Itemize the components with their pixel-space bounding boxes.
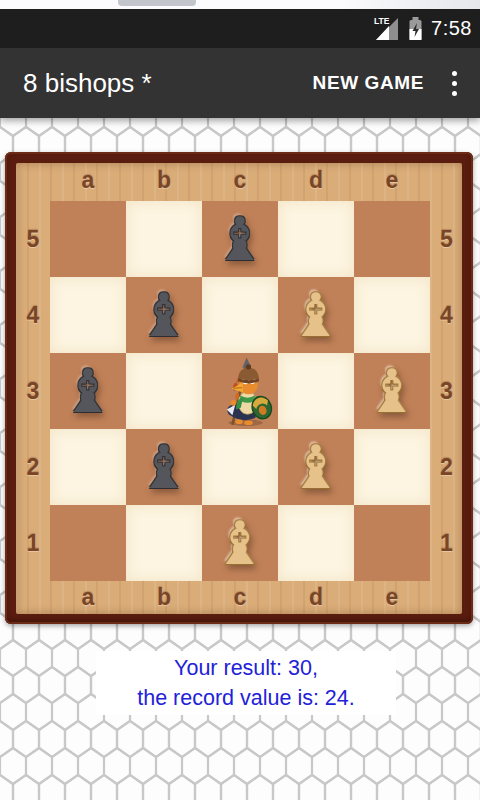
black-bishop[interactable]: ♝ — [61, 355, 115, 427]
square-e3[interactable]: ♝ — [354, 353, 430, 429]
mascot-character[interactable] — [204, 355, 276, 428]
square-d5[interactable] — [278, 201, 354, 277]
squares-grid: ♝♝♝♝ ♝♝♝♝ — [50, 201, 430, 581]
new-game-button[interactable]: NEW GAME — [307, 62, 430, 104]
square-d1[interactable] — [278, 505, 354, 581]
square-a3[interactable]: ♝ — [50, 353, 126, 429]
square-b1[interactable] — [126, 505, 202, 581]
lte-signal-icon: LTE — [373, 15, 400, 42]
coordinate-label: c — [202, 584, 278, 611]
coordinate-label: 4 — [431, 277, 462, 353]
page-title: 8 bishops * — [23, 68, 152, 99]
rank-labels-right: 54321 — [431, 201, 462, 581]
white-bishop[interactable]: ♝ — [289, 279, 343, 351]
white-bishop[interactable]: ♝ — [365, 355, 419, 427]
square-b3[interactable] — [126, 353, 202, 429]
coordinate-label: d — [278, 167, 354, 194]
coordinate-label: d — [278, 584, 354, 611]
result-line: Your result: 30, — [174, 653, 318, 683]
coordinate-label: b — [126, 167, 202, 194]
coordinate-label: 5 — [431, 201, 462, 277]
coordinate-label: 2 — [431, 429, 462, 505]
clock: 7:58 — [431, 17, 472, 40]
square-c1[interactable]: ♝ — [202, 505, 278, 581]
chess-board: abcde abcde 54321 54321 ♝♝♝♝ — [5, 152, 473, 624]
coordinate-label: a — [50, 167, 126, 194]
coordinate-label: a — [50, 584, 126, 611]
square-b4[interactable]: ♝ — [126, 277, 202, 353]
rank-labels-left: 54321 — [16, 201, 50, 581]
square-a2[interactable] — [50, 429, 126, 505]
black-bishop[interactable]: ♝ — [213, 203, 267, 275]
square-c2[interactable] — [202, 429, 278, 505]
square-a4[interactable] — [50, 277, 126, 353]
battery-charging-icon — [407, 15, 424, 43]
square-e2[interactable] — [354, 429, 430, 505]
background-app-strip — [0, 0, 480, 9]
board-wood-border: abcde abcde 54321 54321 ♝♝♝♝ — [16, 163, 462, 614]
square-c4[interactable] — [202, 277, 278, 353]
white-bishop[interactable]: ♝ — [289, 431, 343, 503]
black-bishop[interactable]: ♝ — [137, 279, 191, 351]
square-a5[interactable] — [50, 201, 126, 277]
black-bishop[interactable]: ♝ — [137, 431, 191, 503]
square-e4[interactable] — [354, 277, 430, 353]
coordinate-label: e — [354, 167, 430, 194]
result-panel: Your result: 30, the record value is: 24… — [96, 651, 396, 715]
white-bishop[interactable]: ♝ — [213, 507, 267, 579]
square-c5[interactable]: ♝ — [202, 201, 278, 277]
status-bar: LTE 7:58 — [0, 9, 480, 48]
file-labels-bottom: abcde — [50, 584, 430, 611]
coordinate-label: 5 — [16, 201, 50, 277]
coordinate-label: 3 — [431, 353, 462, 429]
record-line: the record value is: 24. — [137, 683, 355, 713]
square-d3[interactable] — [278, 353, 354, 429]
coordinate-label: 1 — [16, 505, 50, 581]
coordinate-label: 4 — [16, 277, 50, 353]
background-app-tab — [118, 0, 196, 6]
phone-screen: LTE 7:58 8 bishops * NEW GAME — [0, 0, 480, 800]
square-d2[interactable]: ♝ — [278, 429, 354, 505]
coordinate-label: 2 — [16, 429, 50, 505]
square-d4[interactable]: ♝ — [278, 277, 354, 353]
coordinate-label: 1 — [431, 505, 462, 581]
app-bar: 8 bishops * NEW GAME — [0, 48, 480, 118]
square-e1[interactable] — [354, 505, 430, 581]
square-b2[interactable]: ♝ — [126, 429, 202, 505]
square-a1[interactable] — [50, 505, 126, 581]
file-labels-top: abcde — [50, 167, 430, 194]
coordinate-label: b — [126, 584, 202, 611]
coordinate-label: e — [354, 584, 430, 611]
square-c3[interactable] — [202, 353, 278, 429]
coordinate-label: c — [202, 167, 278, 194]
coordinate-label: 3 — [16, 353, 50, 429]
overflow-menu-icon[interactable] — [430, 59, 478, 107]
square-e5[interactable] — [354, 201, 430, 277]
square-b5[interactable] — [126, 201, 202, 277]
svg-text:LTE: LTE — [374, 16, 390, 26]
